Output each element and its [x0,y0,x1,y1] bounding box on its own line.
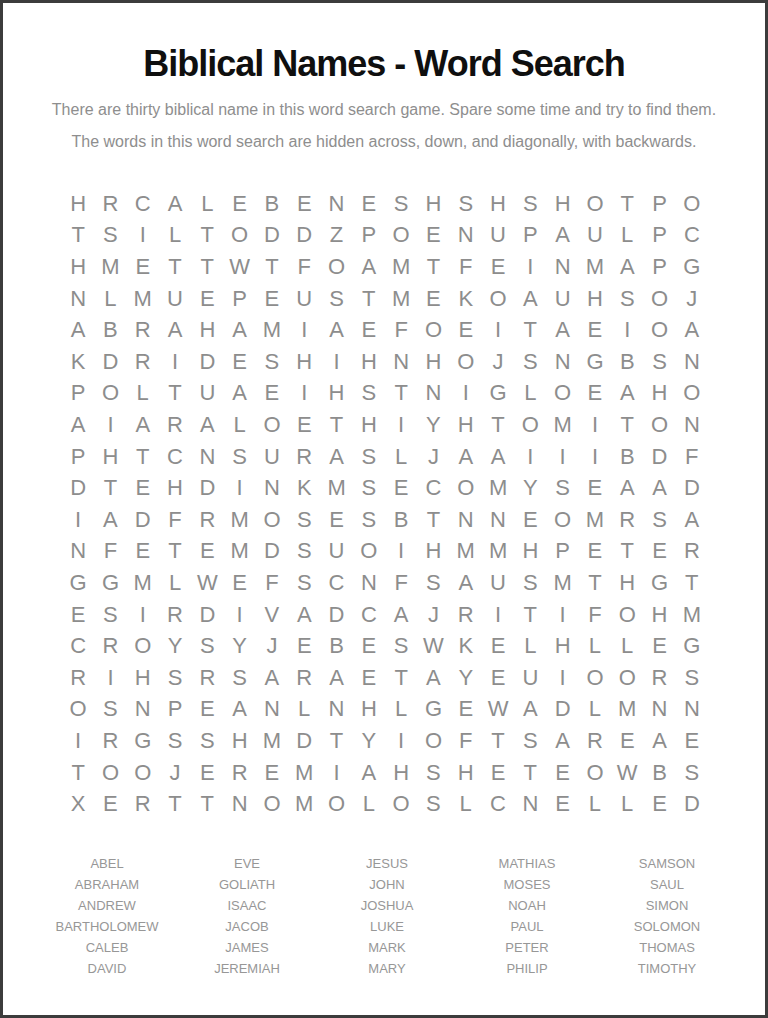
grid-cell-r13c16: M [546,567,578,599]
word-caleb: CALEB [37,937,177,958]
grid-cell-r13c14: U [482,567,514,599]
grid-cell-r3c11: M [385,251,417,283]
grid-cell-r6c13: O [450,346,482,378]
grid-cell-r16c11: T [385,662,417,694]
grid-cell-r18c3: G [127,725,159,757]
grid-cell-r8c1: A [62,409,94,441]
word-mary: MARY [317,958,457,979]
grid-cell-r11c10: S [353,504,385,536]
word-mark: MARK [317,937,457,958]
grid-cell-r18c7: M [256,725,288,757]
grid-cell-r14c6: I [223,599,255,631]
grid-cell-r7c13: I [450,378,482,410]
grid-cell-r10c4: H [159,472,191,504]
grid-cell-r11c20: A [676,504,708,536]
grid-cell-r15c6: Y [223,630,255,662]
grid-cell-r17c8: L [288,694,320,726]
grid-cell-r1c19: P [643,188,675,220]
grid-cell-r5c3: R [127,314,159,346]
grid-cell-r15c10: E [353,630,385,662]
grid-cell-r17c18: M [611,694,643,726]
grid-cell-r7c8: I [288,378,320,410]
grid-cell-r17c10: H [353,694,385,726]
grid-cell-r10c5: D [191,472,223,504]
word-bartholomew: BARTHOLOMEW [37,916,177,937]
grid-cell-r14c17: F [579,599,611,631]
grid-cell-r7c17: E [579,378,611,410]
grid-cell-r3c14: E [482,251,514,283]
grid-cell-r4c2: L [94,283,126,315]
grid-cell-r13c11: F [385,567,417,599]
grid-cell-r15c3: O [127,630,159,662]
grid-cell-r9c18: B [611,441,643,473]
grid-cell-r19c12: S [417,757,449,789]
grid-cell-r8c11: I [385,409,417,441]
grid-cell-r10c7: N [256,472,288,504]
grid-cell-r10c18: A [611,472,643,504]
grid-cell-r18c14: T [482,725,514,757]
grid-cell-r11c12: T [417,504,449,536]
grid-cell-r3c2: M [94,251,126,283]
grid-cell-r8c15: O [514,409,546,441]
grid-cell-r6c12: H [417,346,449,378]
grid-cell-r12c9: U [320,536,352,568]
grid-cell-r8c4: R [159,409,191,441]
grid-cell-r20c11: O [385,788,417,820]
grid-cell-r4c14: O [482,283,514,315]
grid-cell-r15c16: H [546,630,578,662]
grid-cell-r17c4: P [159,694,191,726]
grid-cell-r15c8: E [288,630,320,662]
grid-cell-r20c7: O [256,788,288,820]
grid-cell-r10c8: K [288,472,320,504]
grid-cell-r20c20: D [676,788,708,820]
grid-cell-r5c13: E [450,314,482,346]
grid-cell-r9c12: J [417,441,449,473]
grid-cell-r3c9: O [320,251,352,283]
grid-cell-r8c14: T [482,409,514,441]
grid-cell-r18c13: F [450,725,482,757]
grid-cell-r17c16: D [546,694,578,726]
grid-cell-r20c18: L [611,788,643,820]
grid-cell-r11c16: O [546,504,578,536]
grid-cell-r4c19: O [643,283,675,315]
grid-cell-r1c16: H [546,188,578,220]
grid-cell-r2c3: I [127,220,159,252]
grid-cell-r10c16: S [546,472,578,504]
grid-cell-r20c16: E [546,788,578,820]
grid-cell-r8c2: I [94,409,126,441]
grid-cell-r5c1: A [62,314,94,346]
grid-cell-r12c13: M [450,536,482,568]
word-paul: PAUL [457,916,597,937]
grid-cell-r4c15: A [514,283,546,315]
grid-cell-r15c14: E [482,630,514,662]
grid-cell-r13c5: W [191,567,223,599]
grid-cell-r4c16: U [546,283,578,315]
grid-cell-r19c3: O [127,757,159,789]
grid-cell-r1c11: S [385,188,417,220]
grid-cell-r4c5: E [191,283,223,315]
grid-cell-r1c3: C [127,188,159,220]
word-abel: ABEL [37,853,177,874]
grid-cell-r17c20: N [676,694,708,726]
grid-cell-r16c8: R [288,662,320,694]
word-list-column-2: EVEGOLIATHISAACJACOBJAMESJEREMIAH [177,853,317,979]
grid-cell-r10c19: A [643,472,675,504]
grid-cell-r14c19: H [643,599,675,631]
grid-cell-r8c3: A [127,409,159,441]
grid-cell-r20c14: C [482,788,514,820]
grid-cell-r15c20: G [676,630,708,662]
grid-cell-r17c7: N [256,694,288,726]
grid-cell-r2c11: O [385,220,417,252]
grid-cell-r18c9: T [320,725,352,757]
grid-cell-r17c3: N [127,694,159,726]
grid-cell-r9c11: L [385,441,417,473]
grid-cell-r20c9: O [320,788,352,820]
grid-cell-r14c13: R [450,599,482,631]
grid-cell-r13c12: S [417,567,449,599]
grid-cell-r12c17: E [579,536,611,568]
grid-cell-r10c6: I [223,472,255,504]
grid-cell-r4c1: N [62,283,94,315]
grid-cell-r6c10: H [353,346,385,378]
grid-cell-r18c18: E [611,725,643,757]
grid-cell-r10c12: C [417,472,449,504]
grid-cell-r2c12: E [417,220,449,252]
grid-cell-r1c20: O [676,188,708,220]
grid-cell-r1c6: E [223,188,255,220]
grid-cell-r5c5: H [191,314,223,346]
word-moses: MOSES [457,874,597,895]
grid-cell-r16c3: H [127,662,159,694]
page-title: Biblical Names - Word Search [3,43,765,85]
grid-cell-r13c10: N [353,567,385,599]
grid-cell-r16c14: E [482,662,514,694]
grid-cell-r14c16: I [546,599,578,631]
grid-cell-r15c15: L [514,630,546,662]
grid-cell-r19c20: S [676,757,708,789]
grid-cell-r15c11: S [385,630,417,662]
grid-cell-r20c3: R [127,788,159,820]
grid-cell-r9c5: N [191,441,223,473]
word-list-column-5: SAMSONSAULSIMONSOLOMONTHOMASTIMOTHY [597,853,737,979]
grid-cell-r19c4: J [159,757,191,789]
grid-cell-r1c14: H [482,188,514,220]
grid-cell-r14c4: R [159,599,191,631]
grid-cell-r19c14: E [482,757,514,789]
grid-cell-r10c14: M [482,472,514,504]
grid-cell-r16c12: A [417,662,449,694]
grid-cell-r16c10: E [353,662,385,694]
grid-cell-r15c7: J [256,630,288,662]
grid-cell-r18c10: Y [353,725,385,757]
grid-cell-r19c16: E [546,757,578,789]
word-search-grid: HRCALEBENESHSHSHOTPOTSILTODDZPOENUPAULPC… [62,188,708,820]
grid-cell-r19c5: E [191,757,223,789]
grid-cell-r8c5: A [191,409,223,441]
grid-cell-r15c2: R [94,630,126,662]
grid-cell-r1c5: L [191,188,223,220]
grid-cell-r12c20: R [676,536,708,568]
word-list-column-4: MATHIASMOSESNOAHPAULPETERPHILIP [457,853,597,979]
grid-cell-r18c19: A [643,725,675,757]
grid-cell-r9c17: I [579,441,611,473]
grid-cell-r2c19: P [643,220,675,252]
grid-cell-r3c6: W [223,251,255,283]
grid-cell-r11c9: E [320,504,352,536]
grid-cell-r19c1: T [62,757,94,789]
grid-cell-r17c14: W [482,694,514,726]
grid-cell-r8c16: M [546,409,578,441]
grid-cell-r20c10: L [353,788,385,820]
grid-cell-r19c7: E [256,757,288,789]
grid-cell-r3c10: A [353,251,385,283]
grid-cell-r11c13: N [450,504,482,536]
grid-cell-r6c8: H [288,346,320,378]
grid-cell-r3c17: M [579,251,611,283]
grid-cell-r15c19: E [643,630,675,662]
grid-cell-r3c19: P [643,251,675,283]
grid-cell-r11c2: A [94,504,126,536]
grid-cell-r17c6: A [223,694,255,726]
word-john: JOHN [317,874,457,895]
grid-cell-r10c10: S [353,472,385,504]
grid-cell-r2c14: U [482,220,514,252]
grid-cell-r13c2: G [94,567,126,599]
grid-cell-r12c1: N [62,536,94,568]
grid-cell-r12c19: E [643,536,675,568]
grid-cell-r5c12: O [417,314,449,346]
grid-cell-r6c16: N [546,346,578,378]
grid-cell-r11c4: F [159,504,191,536]
grid-cell-r20c8: M [288,788,320,820]
grid-cell-r4c3: M [127,283,159,315]
grid-cell-r9c3: T [127,441,159,473]
grid-cell-r12c8: S [288,536,320,568]
word-saul: SAUL [597,874,737,895]
grid-cell-r20c4: T [159,788,191,820]
grid-cell-r17c12: G [417,694,449,726]
grid-cell-r2c10: P [353,220,385,252]
grid-cell-r10c17: E [579,472,611,504]
puzzle-page: Biblical Names - Word Search There are t… [0,0,768,1018]
grid-cell-r15c17: L [579,630,611,662]
grid-cell-r7c18: A [611,378,643,410]
grid-cell-r7c19: H [643,378,675,410]
grid-cell-r2c8: D [288,220,320,252]
grid-cell-r3c4: T [159,251,191,283]
word-eve: EVE [177,853,317,874]
grid-cell-r18c11: I [385,725,417,757]
grid-cell-r20c12: S [417,788,449,820]
grid-cell-r5c2: B [94,314,126,346]
grid-cell-r6c1: K [62,346,94,378]
grid-cell-r11c5: R [191,504,223,536]
grid-cell-r1c9: N [320,188,352,220]
grid-cell-r17c17: L [579,694,611,726]
grid-cell-r6c9: I [320,346,352,378]
word-abraham: ABRAHAM [37,874,177,895]
grid-cell-r16c19: R [643,662,675,694]
grid-cell-r12c18: T [611,536,643,568]
grid-cell-r18c15: S [514,725,546,757]
grid-cell-r12c11: I [385,536,417,568]
grid-cell-r19c11: H [385,757,417,789]
grid-cell-r14c5: D [191,599,223,631]
grid-cell-r18c12: O [417,725,449,757]
word-andrew: ANDREW [37,895,177,916]
grid-cell-r6c7: S [256,346,288,378]
grid-cell-r1c1: H [62,188,94,220]
grid-cell-r10c20: D [676,472,708,504]
grid-cell-r15c18: L [611,630,643,662]
grid-cell-r16c13: Y [450,662,482,694]
grid-cell-r12c14: M [482,536,514,568]
grid-cell-r14c9: D [320,599,352,631]
grid-cell-r3c16: N [546,251,578,283]
grid-cell-r6c17: G [579,346,611,378]
grid-cell-r16c17: O [579,662,611,694]
grid-cell-r6c15: S [514,346,546,378]
grid-cell-r2c9: Z [320,220,352,252]
grid-cell-r12c4: T [159,536,191,568]
grid-cell-r8c9: T [320,409,352,441]
grid-cell-r1c8: E [288,188,320,220]
grid-cell-r6c11: N [385,346,417,378]
grid-cell-r15c1: C [62,630,94,662]
grid-cell-r4c7: E [256,283,288,315]
word-luke: LUKE [317,916,457,937]
grid-cell-r4c20: J [676,283,708,315]
grid-cell-r10c3: E [127,472,159,504]
grid-cell-r10c11: E [385,472,417,504]
grid-cell-r13c7: F [256,567,288,599]
grid-cell-r20c13: L [450,788,482,820]
grid-cell-r1c18: T [611,188,643,220]
grid-cell-r11c19: S [643,504,675,536]
grid-cell-r5c6: A [223,314,255,346]
grid-cell-r6c19: S [643,346,675,378]
grid-cell-r16c15: U [514,662,546,694]
grid-cell-r4c11: M [385,283,417,315]
grid-cell-r3c20: G [676,251,708,283]
grid-cell-r18c17: R [579,725,611,757]
grid-cell-r16c7: A [256,662,288,694]
grid-cell-r12c15: H [514,536,546,568]
grid-cell-r19c9: I [320,757,352,789]
grid-cell-r5c4: A [159,314,191,346]
grid-cell-r19c6: R [223,757,255,789]
grid-cell-r7c9: H [320,378,352,410]
grid-cell-r14c18: O [611,599,643,631]
grid-cell-r17c1: O [62,694,94,726]
word-james: JAMES [177,937,317,958]
grid-cell-r6c14: J [482,346,514,378]
word-jesus: JESUS [317,853,457,874]
grid-cell-r9c6: S [223,441,255,473]
grid-cell-r8c12: Y [417,409,449,441]
grid-cell-r11c6: M [223,504,255,536]
grid-cell-r9c8: R [288,441,320,473]
grid-cell-r15c13: K [450,630,482,662]
grid-cell-r6c5: D [191,346,223,378]
grid-cell-r13c1: G [62,567,94,599]
grid-cell-r2c5: T [191,220,223,252]
word-thomas: THOMAS [597,937,737,958]
grid-cell-r11c18: R [611,504,643,536]
grid-cell-r2c13: N [450,220,482,252]
grid-cell-r14c15: T [514,599,546,631]
grid-cell-r20c17: L [579,788,611,820]
grid-cell-r7c5: U [191,378,223,410]
grid-cell-r18c20: E [676,725,708,757]
grid-cell-r9c4: C [159,441,191,473]
grid-cell-r8c20: N [676,409,708,441]
grid-cell-r2c2: S [94,220,126,252]
grid-cell-r7c6: A [223,378,255,410]
grid-cell-r12c6: M [223,536,255,568]
grid-cell-r1c13: S [450,188,482,220]
grid-cell-r12c16: P [546,536,578,568]
grid-cell-r3c1: H [62,251,94,283]
grid-cell-r4c18: S [611,283,643,315]
grid-cell-r7c7: E [256,378,288,410]
grid-cell-r19c13: H [450,757,482,789]
grid-cell-r9c9: A [320,441,352,473]
grid-cell-r1c10: E [353,188,385,220]
grid-cell-r10c13: O [450,472,482,504]
grid-cell-r4c12: E [417,283,449,315]
grid-cell-r8c13: H [450,409,482,441]
grid-cell-r17c15: A [514,694,546,726]
grid-cell-r13c3: M [127,567,159,599]
grid-cell-r3c18: A [611,251,643,283]
grid-cell-r13c8: S [288,567,320,599]
grid-cell-r19c18: W [611,757,643,789]
grid-cell-r4c8: U [288,283,320,315]
grid-cell-r18c8: D [288,725,320,757]
grid-cell-r2c4: L [159,220,191,252]
grid-cell-r11c17: M [579,504,611,536]
grid-cell-r6c3: R [127,346,159,378]
grid-cell-r17c9: N [320,694,352,726]
grid-cell-r4c10: T [353,283,385,315]
grid-cell-r12c2: F [94,536,126,568]
grid-cell-r8c17: I [579,409,611,441]
grid-cell-r13c4: L [159,567,191,599]
grid-cell-r9c15: I [514,441,546,473]
grid-cell-r5c20: A [676,314,708,346]
grid-cell-r10c9: M [320,472,352,504]
grid-cell-r16c2: I [94,662,126,694]
grid-cell-r10c2: T [94,472,126,504]
grid-cell-r18c6: H [223,725,255,757]
grid-cell-r14c11: A [385,599,417,631]
grid-cell-r16c9: A [320,662,352,694]
grid-cell-r13c15: S [514,567,546,599]
grid-cell-r14c1: E [62,599,94,631]
grid-cell-r2c7: D [256,220,288,252]
grid-cell-r16c16: I [546,662,578,694]
word-noah: NOAH [457,895,597,916]
grid-cell-r7c15: L [514,378,546,410]
grid-cell-r3c15: I [514,251,546,283]
grid-cell-r17c19: N [643,694,675,726]
grid-cell-r6c6: E [223,346,255,378]
grid-cell-r7c14: G [482,378,514,410]
